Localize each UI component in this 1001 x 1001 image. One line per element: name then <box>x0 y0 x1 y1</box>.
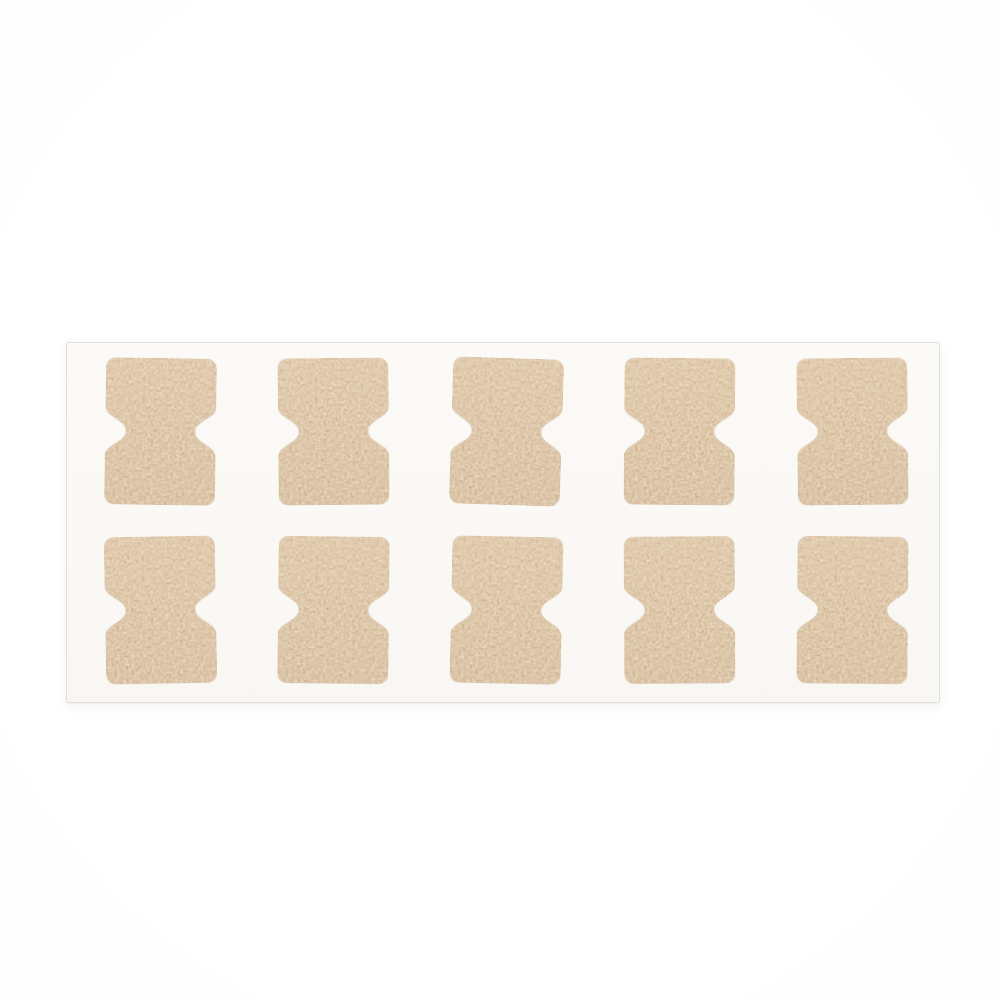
product-photo <box>0 0 1001 1001</box>
adhesive-patch <box>449 534 563 686</box>
adhesive-patch <box>624 535 736 686</box>
adhesive-patch <box>104 357 217 506</box>
adhesive-patch <box>449 356 565 506</box>
adhesive-patch <box>623 358 735 506</box>
backing-sheet <box>66 342 940 703</box>
adhesive-patch <box>277 534 390 685</box>
adhesive-patch <box>277 358 389 506</box>
adhesive-patch <box>796 357 909 505</box>
adhesive-patch <box>104 534 218 686</box>
adhesive-patch <box>796 535 908 686</box>
